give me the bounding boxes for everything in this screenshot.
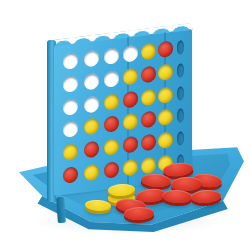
empty-hole bbox=[84, 50, 99, 68]
yellow-disc bbox=[141, 43, 156, 61]
cell-r5c2 bbox=[81, 137, 101, 162]
cell-r2c5 bbox=[139, 62, 157, 87]
red-disc bbox=[123, 136, 138, 154]
red-disc bbox=[123, 90, 138, 108]
yellow-disc bbox=[158, 131, 173, 149]
cell-r4c4 bbox=[121, 109, 139, 134]
cell-r2c3 bbox=[102, 66, 121, 91]
cell-r3c1 bbox=[60, 94, 81, 119]
cell-r3c2 bbox=[81, 91, 101, 116]
red-disc bbox=[104, 115, 119, 133]
empty-hole bbox=[84, 95, 99, 113]
yellow-disc bbox=[104, 93, 119, 111]
cell-r5c3 bbox=[102, 134, 121, 159]
cell-r5c5 bbox=[139, 130, 157, 155]
red-disc bbox=[141, 133, 156, 151]
cell-r4c7 bbox=[174, 104, 187, 128]
red-disc bbox=[141, 65, 156, 83]
cell-r4c3 bbox=[102, 112, 121, 137]
red-disc bbox=[158, 41, 173, 59]
red-disc bbox=[63, 166, 78, 184]
edge-empty-hole bbox=[177, 63, 184, 78]
yellow-disc bbox=[123, 158, 138, 176]
connect-four-scene bbox=[0, 0, 250, 250]
cell-r2c6 bbox=[157, 60, 174, 85]
red-disc bbox=[141, 111, 156, 129]
cell-r6c3 bbox=[102, 157, 121, 182]
yellow-disc bbox=[141, 88, 156, 106]
cell-r4c6 bbox=[157, 105, 174, 130]
cell-r4c2 bbox=[81, 114, 101, 139]
cell-r3c6 bbox=[157, 83, 174, 108]
yellow-disc bbox=[123, 113, 138, 131]
yellow-disc bbox=[158, 109, 173, 127]
empty-hole bbox=[104, 70, 119, 88]
red-disc bbox=[84, 140, 99, 158]
yellow-disc bbox=[158, 86, 173, 104]
cell-r2c1 bbox=[60, 71, 81, 96]
yellow-disc bbox=[84, 118, 99, 136]
cell-r5c4 bbox=[121, 132, 139, 157]
cell-r2c7 bbox=[174, 58, 187, 82]
yellow-disc bbox=[104, 138, 119, 156]
edge-empty-hole bbox=[177, 131, 184, 146]
empty-hole bbox=[63, 120, 78, 138]
red-disc bbox=[104, 161, 119, 179]
cell-r1c2 bbox=[81, 46, 101, 71]
cell-r3c7 bbox=[174, 81, 187, 105]
cell-r1c1 bbox=[60, 49, 81, 74]
board-support-leg bbox=[56, 197, 66, 223]
yellow-disc bbox=[158, 63, 173, 81]
cell-r6c2 bbox=[81, 159, 101, 184]
cell-r2c4 bbox=[121, 64, 139, 89]
edge-empty-hole bbox=[177, 108, 184, 123]
cell-r3c3 bbox=[102, 89, 121, 114]
empty-hole bbox=[84, 72, 99, 90]
cell-r3c5 bbox=[139, 85, 157, 110]
cell-r1c7 bbox=[174, 36, 187, 60]
cell-r1c6 bbox=[157, 37, 174, 62]
cell-r3c4 bbox=[121, 87, 139, 112]
cell-r2c2 bbox=[81, 69, 101, 94]
cell-r6c4 bbox=[121, 155, 139, 180]
empty-hole bbox=[63, 75, 78, 93]
edge-empty-hole bbox=[177, 86, 184, 101]
cell-r5c6 bbox=[157, 128, 174, 153]
yellow-disc bbox=[123, 68, 138, 86]
cell-r1c4 bbox=[121, 42, 139, 67]
edge-empty-hole bbox=[177, 40, 184, 55]
empty-hole bbox=[123, 45, 138, 63]
cell-r5c7 bbox=[174, 126, 187, 150]
cell-r5c1 bbox=[60, 139, 81, 164]
yellow-disc bbox=[141, 156, 156, 174]
cell-r1c3 bbox=[102, 44, 121, 69]
empty-hole bbox=[63, 52, 78, 70]
yellow-disc bbox=[63, 143, 78, 161]
cell-r1c5 bbox=[139, 39, 157, 64]
cell-r6c1 bbox=[60, 162, 81, 187]
empty-hole bbox=[104, 47, 119, 65]
empty-hole bbox=[63, 98, 78, 116]
yellow-disc bbox=[84, 163, 99, 181]
cell-r4c1 bbox=[60, 117, 81, 142]
cell-r4c5 bbox=[139, 107, 157, 132]
